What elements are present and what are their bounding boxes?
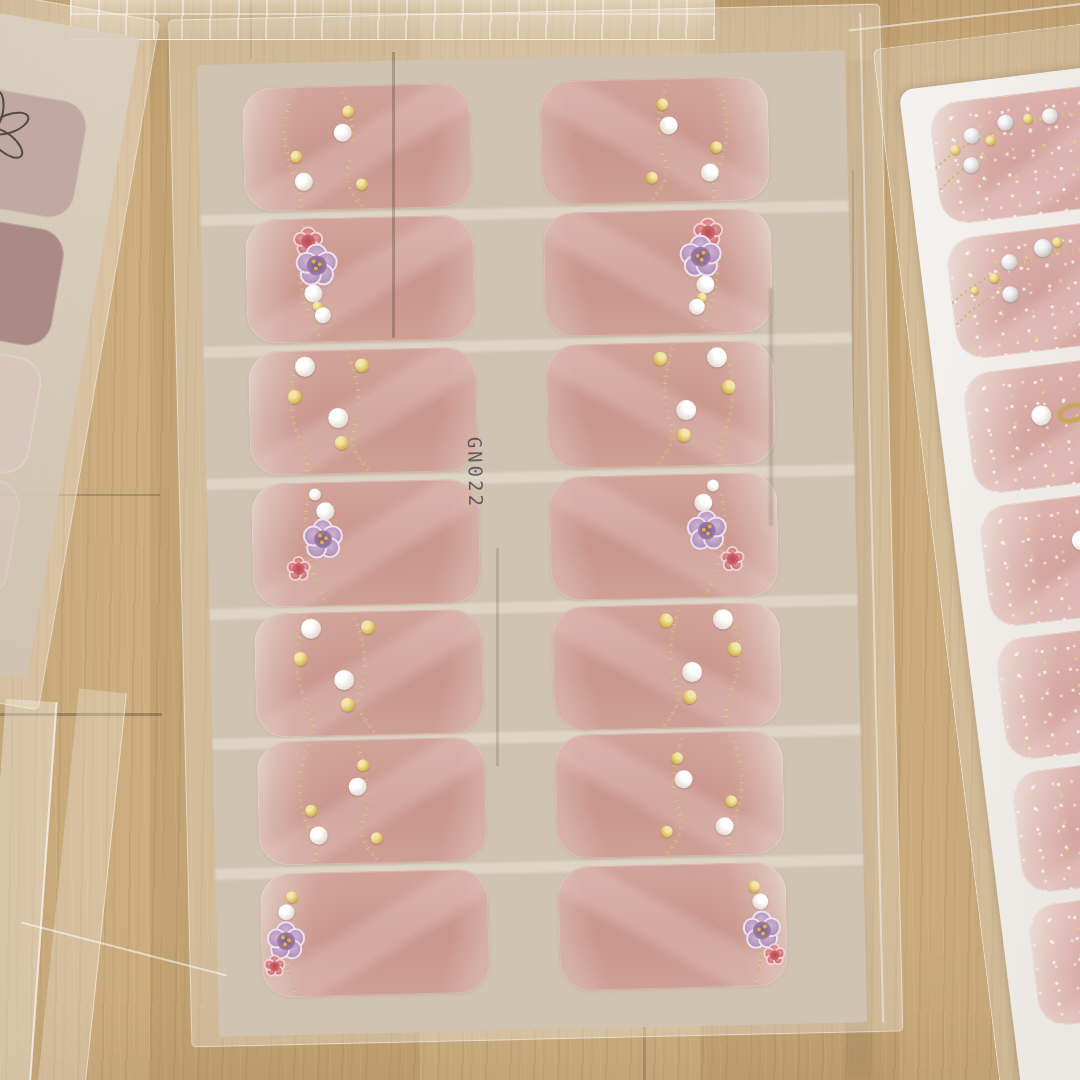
glitter-chain-graphic xyxy=(251,479,482,608)
nail-sticker xyxy=(257,737,488,866)
nail-sticker xyxy=(543,208,774,337)
flower-core xyxy=(727,553,739,565)
gold-center-dot xyxy=(706,532,710,536)
glitter-chain-graphic xyxy=(242,83,473,212)
glitter-chain-graphic xyxy=(543,208,774,337)
nail-sticker xyxy=(260,869,491,998)
red-flower-decal xyxy=(264,956,284,976)
nail-sticker xyxy=(557,862,788,991)
flower-core xyxy=(307,255,327,275)
product-code-text: GN022 xyxy=(464,437,488,510)
gold-center-dot xyxy=(287,938,291,942)
scene: GN022 xyxy=(0,0,1080,1080)
gold-center-dot xyxy=(763,924,767,928)
flower-core xyxy=(691,247,711,267)
sheet-left xyxy=(0,0,165,721)
plum-flower-decal xyxy=(305,521,342,558)
gold-center-dot xyxy=(318,533,322,537)
gold-center-dot xyxy=(314,266,318,270)
glitter-chain-graphic xyxy=(554,730,785,859)
nail-sticker xyxy=(242,83,473,212)
gold-center-dot xyxy=(281,935,285,939)
nail-sticker xyxy=(248,347,479,476)
nail-sticker xyxy=(546,340,777,469)
gold-center-dot xyxy=(702,528,706,532)
flower-core xyxy=(277,932,295,950)
nail-sticker xyxy=(540,76,771,205)
plastic-strip xyxy=(0,699,58,1080)
gold-center-dot xyxy=(283,942,287,946)
plum-flower-decal xyxy=(297,246,336,285)
gold-center-dot xyxy=(324,536,328,540)
sheet-main: GN022 xyxy=(168,4,903,1054)
plum-flower-decal xyxy=(269,924,304,959)
red-flower-decal xyxy=(721,548,743,570)
gold-center-dot xyxy=(708,525,712,529)
nail-sticker xyxy=(552,602,783,731)
gold-center-dot xyxy=(318,262,322,266)
gold-center-dot xyxy=(761,931,765,935)
plum-flower-decal xyxy=(688,512,725,549)
red-flower-decal xyxy=(287,558,309,580)
nail-sticker xyxy=(554,730,785,859)
red-flower-decal xyxy=(764,945,784,965)
product-code-label: GN022 xyxy=(459,417,492,530)
sheet-right xyxy=(900,9,1080,1080)
nail-sticker xyxy=(245,215,476,344)
glitter-chain-graphic xyxy=(549,472,780,601)
gold-ring-ornament xyxy=(1055,400,1080,426)
nail-sticker xyxy=(254,609,485,738)
nail-sticker xyxy=(549,472,780,601)
pearl-ornament xyxy=(1071,529,1080,551)
plastic-strip xyxy=(37,689,127,1080)
flower-core xyxy=(293,563,305,575)
gold-center-dot xyxy=(320,540,324,544)
nail-sticker xyxy=(251,479,482,608)
gold-center-dot xyxy=(757,928,761,932)
glitter-chain-graphic xyxy=(257,737,488,866)
plum-flower-decal xyxy=(681,237,720,276)
gold-center-dot xyxy=(702,251,706,255)
gold-center-dot xyxy=(700,258,704,262)
pearl-ornament xyxy=(1030,404,1052,426)
glitter-chain-graphic xyxy=(540,76,771,205)
glitter-chain-graphic xyxy=(245,215,476,344)
